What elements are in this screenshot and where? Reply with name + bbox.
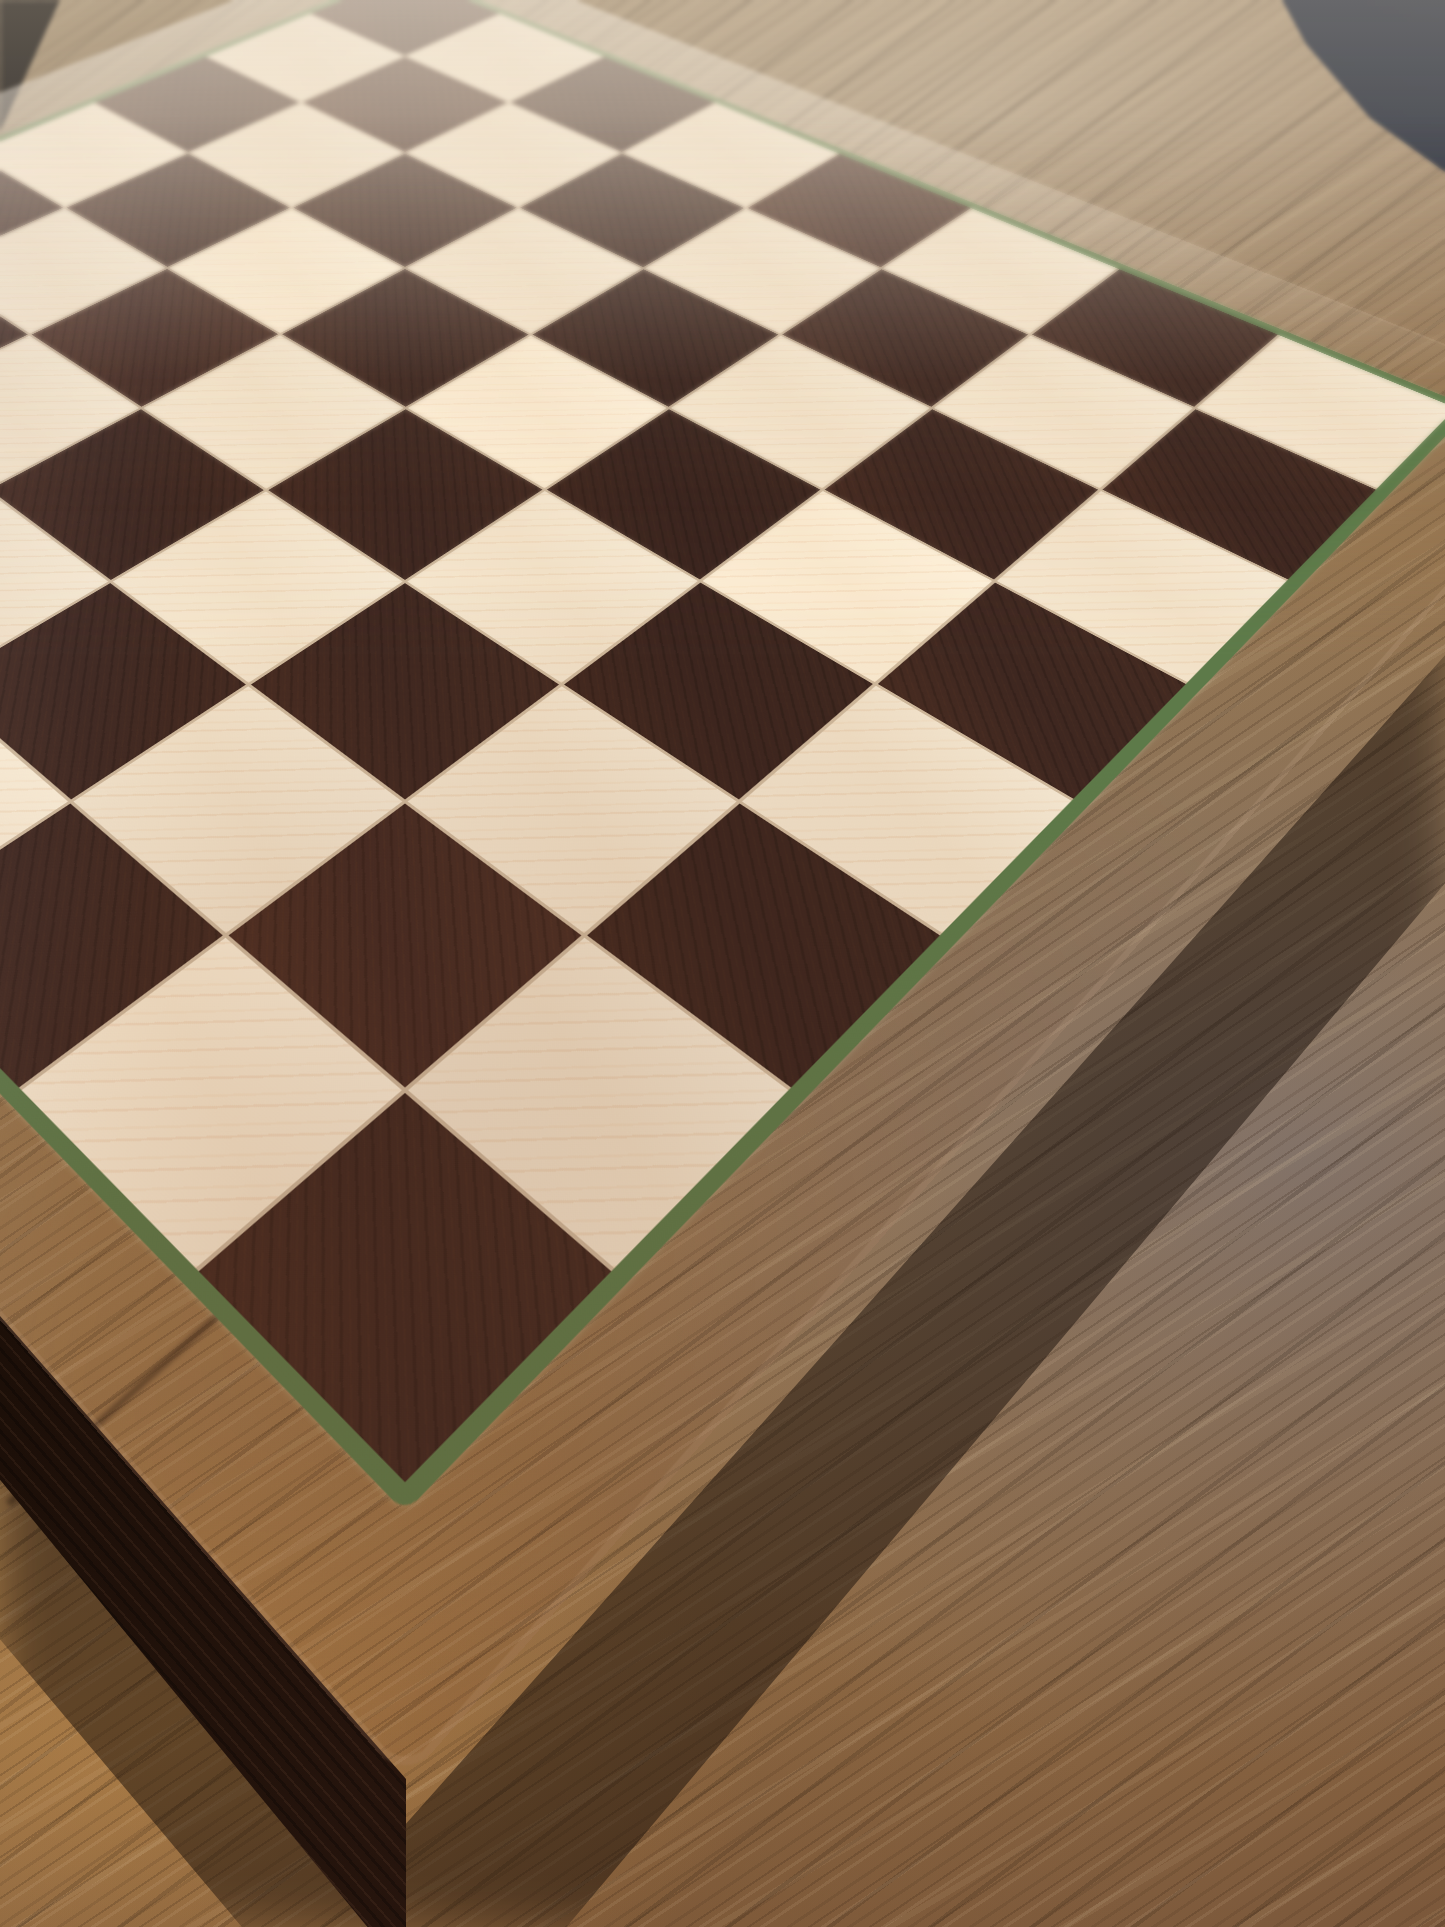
photo-scene — [0, 0, 1445, 1927]
